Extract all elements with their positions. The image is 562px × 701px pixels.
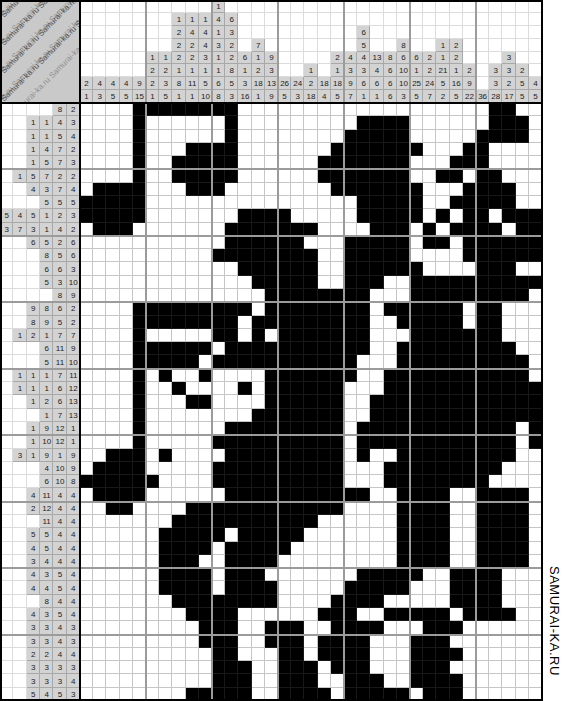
board-cell[interactable] bbox=[159, 276, 172, 289]
board-cell[interactable] bbox=[344, 130, 357, 143]
board-cell[interactable] bbox=[529, 156, 542, 169]
board-cell[interactable] bbox=[463, 316, 476, 329]
board-cell[interactable] bbox=[199, 621, 212, 634]
board-cell[interactable] bbox=[93, 143, 106, 156]
board-cell[interactable] bbox=[489, 475, 502, 488]
board-cell[interactable] bbox=[278, 103, 291, 116]
board-cell[interactable] bbox=[120, 395, 133, 408]
board-cell[interactable] bbox=[120, 648, 133, 661]
board-cell[interactable] bbox=[318, 276, 331, 289]
board-cell[interactable] bbox=[238, 302, 251, 315]
board-cell[interactable] bbox=[489, 316, 502, 329]
board-cell[interactable] bbox=[120, 369, 133, 382]
board-cell[interactable] bbox=[410, 130, 423, 143]
board-cell[interactable] bbox=[133, 581, 146, 594]
board-cell[interactable] bbox=[502, 608, 515, 621]
board-cell[interactable] bbox=[331, 130, 344, 143]
board-cell[interactable] bbox=[397, 249, 410, 262]
board-cell[interactable] bbox=[318, 156, 331, 169]
board-cell[interactable] bbox=[278, 674, 291, 687]
board-cell[interactable] bbox=[186, 169, 199, 182]
board-cell[interactable] bbox=[186, 488, 199, 501]
board-cell[interactable] bbox=[410, 316, 423, 329]
board-cell[interactable] bbox=[529, 196, 542, 209]
board-cell[interactable] bbox=[225, 209, 238, 222]
board-cell[interactable] bbox=[516, 515, 529, 528]
board-cell[interactable] bbox=[146, 449, 159, 462]
board-cell[interactable] bbox=[93, 183, 106, 196]
board-cell[interactable] bbox=[331, 661, 344, 674]
board-cell[interactable] bbox=[463, 355, 476, 368]
board-cell[interactable] bbox=[278, 223, 291, 236]
board-cell[interactable] bbox=[212, 236, 225, 249]
board-cell[interactable] bbox=[252, 249, 265, 262]
board-cell[interactable] bbox=[146, 528, 159, 541]
board-cell[interactable] bbox=[410, 116, 423, 129]
board-cell[interactable] bbox=[199, 449, 212, 462]
board-cell[interactable] bbox=[463, 409, 476, 422]
board-cell[interactable] bbox=[384, 422, 397, 435]
board-cell[interactable] bbox=[463, 223, 476, 236]
board-cell[interactable] bbox=[436, 395, 449, 408]
board-cell[interactable] bbox=[120, 262, 133, 275]
board-cell[interactable] bbox=[238, 621, 251, 634]
board-cell[interactable] bbox=[344, 369, 357, 382]
board-cell[interactable] bbox=[384, 488, 397, 501]
board-cell[interactable] bbox=[331, 289, 344, 302]
board-cell[interactable] bbox=[318, 382, 331, 395]
board-cell[interactable] bbox=[370, 329, 383, 342]
board-cell[interactable] bbox=[450, 475, 463, 488]
board-cell[interactable] bbox=[410, 369, 423, 382]
board-cell[interactable] bbox=[304, 116, 317, 129]
board-cell[interactable] bbox=[212, 502, 225, 515]
board-cell[interactable] bbox=[199, 196, 212, 209]
board-cell[interactable] bbox=[529, 595, 542, 608]
board-cell[interactable] bbox=[370, 462, 383, 475]
board-cell[interactable] bbox=[80, 568, 93, 581]
board-cell[interactable] bbox=[186, 595, 199, 608]
board-cell[interactable] bbox=[172, 542, 185, 555]
board-cell[interactable] bbox=[529, 209, 542, 222]
board-cell[interactable] bbox=[331, 542, 344, 555]
board-cell[interactable] bbox=[291, 462, 304, 475]
board-cell[interactable] bbox=[225, 156, 238, 169]
board-cell[interactable] bbox=[529, 223, 542, 236]
board-cell[interactable] bbox=[344, 316, 357, 329]
board-cell[interactable] bbox=[529, 342, 542, 355]
board-cell[interactable] bbox=[291, 169, 304, 182]
board-cell[interactable] bbox=[199, 488, 212, 501]
board-cell[interactable] bbox=[423, 223, 436, 236]
board-cell[interactable] bbox=[318, 661, 331, 674]
board-cell[interactable] bbox=[146, 329, 159, 342]
board-cell[interactable] bbox=[265, 329, 278, 342]
board-cell[interactable] bbox=[172, 435, 185, 448]
board-cell[interactable] bbox=[331, 462, 344, 475]
board-cell[interactable] bbox=[436, 449, 449, 462]
board-cell[interactable] bbox=[93, 475, 106, 488]
board-cell[interactable] bbox=[159, 581, 172, 594]
board-cell[interactable] bbox=[450, 156, 463, 169]
board-cell[interactable] bbox=[357, 542, 370, 555]
nonogram-board[interactable] bbox=[80, 103, 542, 701]
board-cell[interactable] bbox=[225, 169, 238, 182]
board-cell[interactable] bbox=[318, 183, 331, 196]
board-cell[interactable] bbox=[159, 648, 172, 661]
board-cell[interactable] bbox=[252, 621, 265, 634]
board-cell[interactable] bbox=[291, 329, 304, 342]
board-cell[interactable] bbox=[172, 196, 185, 209]
board-cell[interactable] bbox=[318, 435, 331, 448]
board-cell[interactable] bbox=[93, 382, 106, 395]
board-cell[interactable] bbox=[172, 103, 185, 116]
board-cell[interactable] bbox=[146, 462, 159, 475]
board-cell[interactable] bbox=[80, 262, 93, 275]
board-cell[interactable] bbox=[172, 674, 185, 687]
board-cell[interactable] bbox=[159, 661, 172, 674]
board-cell[interactable] bbox=[225, 262, 238, 275]
board-cell[interactable] bbox=[436, 156, 449, 169]
board-cell[interactable] bbox=[212, 183, 225, 196]
board-cell[interactable] bbox=[120, 409, 133, 422]
board-cell[interactable] bbox=[291, 422, 304, 435]
board-cell[interactable] bbox=[252, 515, 265, 528]
board-cell[interactable] bbox=[476, 648, 489, 661]
board-cell[interactable] bbox=[384, 475, 397, 488]
board-cell[interactable] bbox=[463, 382, 476, 395]
board-cell[interactable] bbox=[529, 276, 542, 289]
board-cell[interactable] bbox=[238, 409, 251, 422]
board-cell[interactable] bbox=[120, 475, 133, 488]
board-cell[interactable] bbox=[265, 369, 278, 382]
board-cell[interactable] bbox=[516, 223, 529, 236]
board-cell[interactable] bbox=[252, 382, 265, 395]
board-cell[interactable] bbox=[225, 329, 238, 342]
board-cell[interactable] bbox=[186, 103, 199, 116]
board-cell[interactable] bbox=[133, 409, 146, 422]
board-cell[interactable] bbox=[199, 409, 212, 422]
board-cell[interactable] bbox=[225, 595, 238, 608]
board-cell[interactable] bbox=[238, 116, 251, 129]
board-cell[interactable] bbox=[212, 621, 225, 634]
board-cell[interactable] bbox=[106, 542, 119, 555]
board-cell[interactable] bbox=[423, 568, 436, 581]
board-cell[interactable] bbox=[436, 276, 449, 289]
board-cell[interactable] bbox=[106, 249, 119, 262]
board-cell[interactable] bbox=[331, 528, 344, 541]
board-cell[interactable] bbox=[502, 462, 515, 475]
board-cell[interactable] bbox=[225, 502, 238, 515]
board-cell[interactable] bbox=[106, 449, 119, 462]
board-cell[interactable] bbox=[172, 581, 185, 594]
board-cell[interactable] bbox=[370, 555, 383, 568]
board-cell[interactable] bbox=[436, 608, 449, 621]
board-cell[interactable] bbox=[331, 608, 344, 621]
board-cell[interactable] bbox=[304, 209, 317, 222]
board-cell[interactable] bbox=[265, 568, 278, 581]
board-cell[interactable] bbox=[318, 130, 331, 143]
board-cell[interactable] bbox=[436, 116, 449, 129]
board-cell[interactable] bbox=[370, 409, 383, 422]
board-cell[interactable] bbox=[80, 316, 93, 329]
board-cell[interactable] bbox=[93, 661, 106, 674]
board-cell[interactable] bbox=[252, 116, 265, 129]
board-cell[interactable] bbox=[516, 103, 529, 116]
board-cell[interactable] bbox=[423, 329, 436, 342]
board-cell[interactable] bbox=[106, 209, 119, 222]
board-cell[interactable] bbox=[423, 316, 436, 329]
board-cell[interactable] bbox=[344, 169, 357, 182]
board-cell[interactable] bbox=[450, 169, 463, 182]
board-cell[interactable] bbox=[212, 435, 225, 448]
board-cell[interactable] bbox=[159, 130, 172, 143]
board-cell[interactable] bbox=[489, 449, 502, 462]
board-cell[interactable] bbox=[410, 329, 423, 342]
board-cell[interactable] bbox=[489, 568, 502, 581]
board-cell[interactable] bbox=[384, 183, 397, 196]
board-cell[interactable] bbox=[463, 661, 476, 674]
board-cell[interactable] bbox=[502, 648, 515, 661]
board-cell[interactable] bbox=[278, 502, 291, 515]
board-cell[interactable] bbox=[370, 528, 383, 541]
board-cell[interactable] bbox=[450, 236, 463, 249]
board-cell[interactable] bbox=[476, 156, 489, 169]
board-cell[interactable] bbox=[252, 103, 265, 116]
board-cell[interactable] bbox=[384, 674, 397, 687]
board-cell[interactable] bbox=[172, 595, 185, 608]
board-cell[interactable] bbox=[278, 395, 291, 408]
board-cell[interactable] bbox=[331, 355, 344, 368]
board-cell[interactable] bbox=[120, 488, 133, 501]
board-cell[interactable] bbox=[278, 369, 291, 382]
board-cell[interactable] bbox=[331, 209, 344, 222]
board-cell[interactable] bbox=[225, 395, 238, 408]
board-cell[interactable] bbox=[106, 608, 119, 621]
board-cell[interactable] bbox=[186, 355, 199, 368]
board-cell[interactable] bbox=[172, 355, 185, 368]
board-cell[interactable] bbox=[450, 422, 463, 435]
board-cell[interactable] bbox=[278, 289, 291, 302]
board-cell[interactable] bbox=[80, 608, 93, 621]
board-cell[interactable] bbox=[370, 542, 383, 555]
board-cell[interactable] bbox=[410, 542, 423, 555]
board-cell[interactable] bbox=[410, 621, 423, 634]
board-cell[interactable] bbox=[476, 130, 489, 143]
board-cell[interactable] bbox=[265, 621, 278, 634]
board-cell[interactable] bbox=[93, 302, 106, 315]
board-cell[interactable] bbox=[172, 395, 185, 408]
board-cell[interactable] bbox=[252, 355, 265, 368]
board-cell[interactable] bbox=[120, 196, 133, 209]
board-cell[interactable] bbox=[384, 608, 397, 621]
board-cell[interactable] bbox=[384, 409, 397, 422]
board-cell[interactable] bbox=[331, 302, 344, 315]
board-cell[interactable] bbox=[159, 103, 172, 116]
board-cell[interactable] bbox=[516, 342, 529, 355]
board-cell[interactable] bbox=[278, 422, 291, 435]
board-cell[interactable] bbox=[489, 542, 502, 555]
board-cell[interactable] bbox=[476, 581, 489, 594]
board-cell[interactable] bbox=[159, 674, 172, 687]
board-cell[interactable] bbox=[252, 435, 265, 448]
board-cell[interactable] bbox=[476, 103, 489, 116]
board-cell[interactable] bbox=[516, 143, 529, 156]
board-cell[interactable] bbox=[172, 648, 185, 661]
board-cell[interactable] bbox=[397, 515, 410, 528]
board-cell[interactable] bbox=[265, 236, 278, 249]
board-cell[interactable] bbox=[278, 449, 291, 462]
board-cell[interactable] bbox=[265, 648, 278, 661]
board-cell[interactable] bbox=[516, 276, 529, 289]
board-cell[interactable] bbox=[370, 342, 383, 355]
board-cell[interactable] bbox=[238, 382, 251, 395]
board-cell[interactable] bbox=[397, 169, 410, 182]
board-cell[interactable] bbox=[278, 209, 291, 222]
board-cell[interactable] bbox=[291, 475, 304, 488]
board-cell[interactable] bbox=[159, 236, 172, 249]
board-cell[interactable] bbox=[476, 382, 489, 395]
board-cell[interactable] bbox=[106, 316, 119, 329]
board-cell[interactable] bbox=[238, 502, 251, 515]
board-cell[interactable] bbox=[476, 621, 489, 634]
board-cell[interactable] bbox=[146, 116, 159, 129]
board-cell[interactable] bbox=[291, 342, 304, 355]
board-cell[interactable] bbox=[304, 555, 317, 568]
board-cell[interactable] bbox=[410, 103, 423, 116]
board-cell[interactable] bbox=[106, 236, 119, 249]
board-cell[interactable] bbox=[146, 355, 159, 368]
board-cell[interactable] bbox=[410, 648, 423, 661]
board-cell[interactable] bbox=[529, 648, 542, 661]
board-cell[interactable] bbox=[238, 262, 251, 275]
board-cell[interactable] bbox=[357, 130, 370, 143]
board-cell[interactable] bbox=[397, 183, 410, 196]
board-cell[interactable] bbox=[265, 475, 278, 488]
board-cell[interactable] bbox=[344, 342, 357, 355]
board-cell[interactable] bbox=[199, 342, 212, 355]
board-cell[interactable] bbox=[304, 223, 317, 236]
board-cell[interactable] bbox=[133, 196, 146, 209]
board-cell[interactable] bbox=[265, 542, 278, 555]
board-cell[interactable] bbox=[93, 621, 106, 634]
board-cell[interactable] bbox=[489, 130, 502, 143]
board-cell[interactable] bbox=[93, 595, 106, 608]
board-cell[interactable] bbox=[186, 555, 199, 568]
board-cell[interactable] bbox=[436, 382, 449, 395]
board-cell[interactable] bbox=[476, 169, 489, 182]
board-cell[interactable] bbox=[106, 555, 119, 568]
board-cell[interactable] bbox=[265, 302, 278, 315]
board-cell[interactable] bbox=[199, 236, 212, 249]
board-cell[interactable] bbox=[502, 395, 515, 408]
board-cell[interactable] bbox=[252, 209, 265, 222]
board-cell[interactable] bbox=[516, 422, 529, 435]
board-cell[interactable] bbox=[159, 209, 172, 222]
board-cell[interactable] bbox=[199, 382, 212, 395]
board-cell[interactable] bbox=[476, 223, 489, 236]
board-cell[interactable] bbox=[252, 674, 265, 687]
board-cell[interactable] bbox=[397, 236, 410, 249]
board-cell[interactable] bbox=[357, 276, 370, 289]
board-cell[interactable] bbox=[225, 475, 238, 488]
board-cell[interactable] bbox=[238, 209, 251, 222]
board-cell[interactable] bbox=[238, 143, 251, 156]
board-cell[interactable] bbox=[212, 302, 225, 315]
board-cell[interactable] bbox=[370, 435, 383, 448]
board-cell[interactable] bbox=[516, 528, 529, 541]
board-cell[interactable] bbox=[370, 289, 383, 302]
board-cell[interactable] bbox=[146, 302, 159, 315]
board-cell[interactable] bbox=[146, 555, 159, 568]
board-cell[interactable] bbox=[212, 116, 225, 129]
board-cell[interactable] bbox=[106, 342, 119, 355]
board-cell[interactable] bbox=[476, 289, 489, 302]
board-cell[interactable] bbox=[265, 169, 278, 182]
board-cell[interactable] bbox=[304, 382, 317, 395]
board-cell[interactable] bbox=[463, 262, 476, 275]
board-cell[interactable] bbox=[199, 542, 212, 555]
board-cell[interactable] bbox=[146, 435, 159, 448]
board-cell[interactable] bbox=[159, 435, 172, 448]
board-cell[interactable] bbox=[450, 249, 463, 262]
board-cell[interactable] bbox=[265, 462, 278, 475]
board-cell[interactable] bbox=[423, 409, 436, 422]
board-cell[interactable] bbox=[120, 329, 133, 342]
board-cell[interactable] bbox=[423, 608, 436, 621]
board-cell[interactable] bbox=[502, 475, 515, 488]
board-cell[interactable] bbox=[146, 674, 159, 687]
board-cell[interactable] bbox=[133, 289, 146, 302]
board-cell[interactable] bbox=[106, 648, 119, 661]
board-cell[interactable] bbox=[159, 329, 172, 342]
board-cell[interactable] bbox=[516, 475, 529, 488]
board-cell[interactable] bbox=[159, 449, 172, 462]
board-cell[interactable] bbox=[397, 488, 410, 501]
board-cell[interactable] bbox=[331, 488, 344, 501]
board-cell[interactable] bbox=[225, 635, 238, 648]
board-cell[interactable] bbox=[489, 355, 502, 368]
board-cell[interactable] bbox=[489, 103, 502, 116]
board-cell[interactable] bbox=[304, 661, 317, 674]
board-cell[interactable] bbox=[252, 143, 265, 156]
board-cell[interactable] bbox=[423, 502, 436, 515]
board-cell[interactable] bbox=[120, 116, 133, 129]
board-cell[interactable] bbox=[370, 103, 383, 116]
board-cell[interactable] bbox=[436, 196, 449, 209]
board-cell[interactable] bbox=[238, 355, 251, 368]
board-cell[interactable] bbox=[212, 395, 225, 408]
board-cell[interactable] bbox=[344, 103, 357, 116]
board-cell[interactable] bbox=[304, 329, 317, 342]
board-cell[interactable] bbox=[133, 143, 146, 156]
board-cell[interactable] bbox=[436, 143, 449, 156]
board-cell[interactable] bbox=[304, 581, 317, 594]
board-cell[interactable] bbox=[133, 435, 146, 448]
board-cell[interactable] bbox=[265, 183, 278, 196]
board-cell[interactable] bbox=[331, 502, 344, 515]
board-cell[interactable] bbox=[476, 276, 489, 289]
board-cell[interactable] bbox=[146, 422, 159, 435]
board-cell[interactable] bbox=[238, 555, 251, 568]
board-cell[interactable] bbox=[410, 409, 423, 422]
board-cell[interactable] bbox=[436, 648, 449, 661]
board-cell[interactable] bbox=[199, 103, 212, 116]
board-cell[interactable] bbox=[146, 595, 159, 608]
board-cell[interactable] bbox=[291, 515, 304, 528]
board-cell[interactable] bbox=[291, 621, 304, 634]
board-cell[interactable] bbox=[318, 475, 331, 488]
